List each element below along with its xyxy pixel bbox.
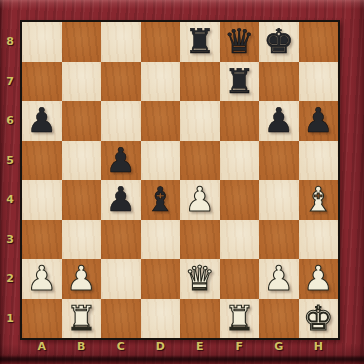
square-g6[interactable]: ♟ [259,101,299,141]
black-pawn-g6[interactable]: ♟ [264,101,294,140]
square-f6[interactable] [220,101,260,141]
rank-label-6: 6 [0,101,20,141]
file-label-h: H [299,338,339,354]
square-h1[interactable]: ♚ [299,299,339,339]
square-d4[interactable]: ♝ [141,180,181,220]
square-g8[interactable]: ♚ [259,22,299,62]
file-label-c: C [101,338,141,354]
square-f3[interactable] [220,220,260,260]
rank-label-2: 2 [0,259,20,299]
black-pawn-a6[interactable]: ♟ [27,101,57,140]
square-c6[interactable] [101,101,141,141]
file-label-d: D [141,338,181,354]
white-pawn-e4[interactable]: ♟ [185,180,215,219]
square-h6[interactable]: ♟ [299,101,339,141]
square-a2[interactable]: ♟ [22,259,62,299]
square-e1[interactable] [180,299,220,339]
square-c7[interactable] [101,62,141,102]
square-d8[interactable] [141,22,181,62]
rank-labels: 87654321 [0,22,20,338]
white-queen-e2[interactable]: ♛ [185,259,215,298]
square-h7[interactable] [299,62,339,102]
square-h8[interactable] [299,22,339,62]
square-h5[interactable] [299,141,339,181]
square-b5[interactable] [62,141,102,181]
square-e3[interactable] [180,220,220,260]
rank-label-1: 1 [0,299,20,339]
square-b1[interactable]: ♜ [62,299,102,339]
rank-label-8: 8 [0,22,20,62]
square-g4[interactable] [259,180,299,220]
square-f7[interactable]: ♜ [220,62,260,102]
square-b6[interactable] [62,101,102,141]
file-labels: ABCDEFGH [22,338,338,354]
black-king-g8[interactable]: ♚ [264,22,294,61]
square-g2[interactable]: ♟ [259,259,299,299]
square-d1[interactable] [141,299,181,339]
black-queen-f8[interactable]: ♛ [224,22,254,61]
square-f5[interactable] [220,141,260,181]
square-f1[interactable]: ♜ [220,299,260,339]
file-label-f: F [220,338,260,354]
white-king-h1[interactable]: ♚ [303,299,333,338]
black-rook-e8[interactable]: ♜ [185,22,215,61]
square-b4[interactable] [62,180,102,220]
square-a6[interactable]: ♟ [22,101,62,141]
square-a8[interactable] [22,22,62,62]
white-rook-b1[interactable]: ♜ [66,299,96,338]
square-c1[interactable] [101,299,141,339]
square-e7[interactable] [180,62,220,102]
white-pawn-a2[interactable]: ♟ [27,259,57,298]
file-label-g: G [259,338,299,354]
square-d2[interactable] [141,259,181,299]
square-c4[interactable]: ♟ [101,180,141,220]
rank-label-5: 5 [0,141,20,181]
square-a1[interactable] [22,299,62,339]
white-pawn-b2[interactable]: ♟ [66,259,96,298]
black-pawn-c4[interactable]: ♟ [106,180,136,219]
square-g7[interactable] [259,62,299,102]
square-d6[interactable] [141,101,181,141]
square-h3[interactable] [299,220,339,260]
square-a3[interactable] [22,220,62,260]
square-d7[interactable] [141,62,181,102]
file-label-a: A [22,338,62,354]
black-pawn-h6[interactable]: ♟ [303,101,333,140]
rank-label-7: 7 [0,62,20,102]
file-label-b: B [62,338,102,354]
square-g3[interactable] [259,220,299,260]
chess-board: ♜♛♚♜♟♟♟♟♟♝♟♝♟♟♛♟♟♜♜♚ [20,20,340,340]
square-b2[interactable]: ♟ [62,259,102,299]
rank-label-4: 4 [0,180,20,220]
black-pawn-c5[interactable]: ♟ [106,141,136,180]
white-pawn-h2[interactable]: ♟ [303,259,333,298]
chess-diagram: 87654321 ♜♛♚♜♟♟♟♟♟♝♟♝♟♟♛♟♟♜♜♚ ABCDEFGH [0,0,364,364]
square-e5[interactable] [180,141,220,181]
square-b8[interactable] [62,22,102,62]
white-pawn-g2[interactable]: ♟ [264,259,294,298]
square-a4[interactable] [22,180,62,220]
square-f8[interactable]: ♛ [220,22,260,62]
square-f4[interactable] [220,180,260,220]
square-a5[interactable] [22,141,62,181]
square-b3[interactable] [62,220,102,260]
white-rook-f1[interactable]: ♜ [224,299,254,338]
black-bishop-d4[interactable]: ♝ [145,180,175,219]
square-d5[interactable] [141,141,181,181]
square-e6[interactable] [180,101,220,141]
square-d3[interactable] [141,220,181,260]
square-g5[interactable] [259,141,299,181]
square-a7[interactable] [22,62,62,102]
square-c3[interactable] [101,220,141,260]
rank-label-3: 3 [0,220,20,260]
square-e2[interactable]: ♛ [180,259,220,299]
square-c5[interactable]: ♟ [101,141,141,181]
square-h4[interactable]: ♝ [299,180,339,220]
white-bishop-h4[interactable]: ♝ [303,180,333,219]
square-h2[interactable]: ♟ [299,259,339,299]
square-e8[interactable]: ♜ [180,22,220,62]
square-b7[interactable] [62,62,102,102]
square-f2[interactable] [220,259,260,299]
square-c8[interactable] [101,22,141,62]
square-e4[interactable]: ♟ [180,180,220,220]
black-rook-f7[interactable]: ♜ [224,62,254,101]
file-label-e: E [180,338,220,354]
square-c2[interactable] [101,259,141,299]
square-g1[interactable] [259,299,299,339]
